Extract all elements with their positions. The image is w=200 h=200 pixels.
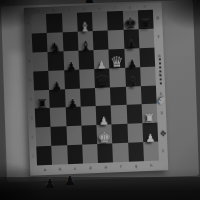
- piece-white-rook-h3: ♜: [144, 112, 156, 125]
- square-b5: ♟: [48, 70, 64, 89]
- square-d5: [79, 69, 95, 88]
- square-c2: [66, 126, 82, 145]
- square-a7: [32, 33, 48, 52]
- square-e6: ♟: [93, 49, 109, 68]
- piece-white-pawn-h2: ♟: [145, 133, 155, 144]
- captured-black-piece-bottom-2: ♟: [64, 174, 76, 187]
- captured-black-piece-bottom-1: ♟: [44, 177, 56, 190]
- coord-label: 2: [30, 128, 36, 147]
- piece-black-queen-e5: ♛: [95, 74, 109, 90]
- coord-label: d: [76, 7, 91, 12]
- square-a6: [32, 52, 48, 71]
- square-e3: ♟: [96, 106, 112, 125]
- square-f6: ♛: [109, 49, 125, 68]
- square-c7: [62, 32, 78, 51]
- foreground-shadow-strip: [0, 177, 200, 200]
- square-b7: ♞: [47, 32, 63, 51]
- square-d4: [80, 88, 96, 107]
- coord-label: h: [144, 164, 159, 169]
- square-b1: [51, 145, 67, 164]
- coord-label: c: [68, 167, 83, 172]
- piece-black-pawn-c6: ♟: [66, 60, 76, 71]
- square-c6: ♟: [63, 50, 79, 69]
- square-h3: ♜: [141, 104, 157, 123]
- square-f8: [107, 11, 123, 30]
- piece-white-pawn-e6: ♟: [97, 59, 107, 70]
- square-a4: ♜: [34, 89, 50, 108]
- coord-label: b: [46, 8, 61, 13]
- border-brand-marks: [159, 58, 162, 86]
- square-c1: [67, 145, 83, 164]
- coord-label: 5: [27, 71, 33, 90]
- piece-black-rook-h8: ♜: [140, 18, 152, 31]
- square-h5: [140, 66, 156, 85]
- piece-black-rook-a4: ♜: [36, 97, 48, 110]
- square-b2: [51, 126, 67, 145]
- piece-white-bishop-d8: ♝: [79, 20, 91, 33]
- coord-label: 8: [25, 15, 31, 34]
- coord-label: a: [37, 168, 52, 173]
- coord-label: e: [98, 165, 113, 170]
- square-c4: ♟: [64, 88, 80, 107]
- piece-black-king-g8: ♚: [124, 16, 138, 32]
- coord-label: 6: [26, 52, 32, 71]
- piece-black-pawn-g7: ♟: [126, 39, 136, 50]
- square-f3: [111, 105, 127, 124]
- square-g3: [126, 105, 142, 124]
- coord-label: g: [129, 164, 144, 169]
- square-a8: [31, 14, 47, 33]
- chess-board: ♝♚♜♞♝♟♟♟♛♟♟♛♝♜♟♟♜♚♟ abcdefgh abcdefgh 87…: [24, 2, 169, 175]
- piece-black-bishop-d7: ♝: [80, 39, 92, 52]
- piece-black-knight-b7: ♞: [49, 40, 61, 53]
- square-g8: ♚: [122, 10, 138, 29]
- square-d2: [81, 125, 97, 144]
- coord-label: b: [52, 167, 67, 172]
- coord-label: 1: [160, 141, 166, 160]
- square-b3: [50, 108, 66, 127]
- square-f7: [108, 30, 124, 49]
- coord-label: 7: [156, 28, 162, 47]
- square-d8: ♝: [77, 12, 93, 31]
- square-e7: [93, 30, 109, 49]
- square-a2: [36, 127, 52, 146]
- square-g1: [128, 142, 144, 161]
- coord-label: e: [92, 6, 107, 11]
- piece-white-queen-f6: ♛: [110, 55, 124, 71]
- coord-label: 1: [30, 147, 36, 166]
- coord-label: 4: [28, 90, 34, 109]
- coord-label: 7: [26, 33, 32, 52]
- coord-label: 8: [155, 9, 161, 28]
- coord-label: h: [137, 5, 152, 10]
- board-grid: ♝♚♜♞♝♟♟♟♛♟♟♛♝♜♟♟♜♚♟: [31, 10, 159, 166]
- coord-label: f: [107, 6, 122, 11]
- piece-black-pawn-b5: ♟: [52, 80, 62, 91]
- square-d1: [82, 144, 98, 163]
- square-a1: [36, 146, 52, 165]
- piece-white-king-e2: ♚: [98, 131, 112, 147]
- square-f2: [112, 124, 128, 143]
- coord-label: 3: [29, 109, 35, 128]
- square-f4: [110, 86, 126, 105]
- coord-label: a: [31, 9, 46, 14]
- coord-label: g: [122, 5, 137, 10]
- square-e8: [92, 11, 108, 30]
- square-h8: ♜: [138, 10, 154, 29]
- square-a5: [33, 71, 49, 90]
- board-logo-icon: ❖: [160, 130, 167, 138]
- square-c8: [61, 13, 77, 32]
- square-b8: [46, 13, 62, 32]
- piece-black-pawn-g6: ♟: [127, 58, 137, 69]
- piece-black-pawn-c4: ♟: [68, 98, 78, 109]
- square-f1: [112, 143, 128, 162]
- piece-black-bishop-g5: ♝: [127, 75, 139, 88]
- file-labels-bottom: abcdefgh: [37, 164, 159, 173]
- chess-photo-scene: ♟ ♝♚♜♞♝♟♟♟♛♟♟♛♝♜♟♟♜♚♟ abcdefgh abcdefgh …: [0, 0, 200, 200]
- piece-white-pawn-e3: ♟: [99, 116, 109, 127]
- square-g2: [127, 123, 143, 142]
- square-d3: [80, 106, 96, 125]
- coord-label: c: [61, 8, 76, 13]
- coord-label: f: [113, 165, 128, 170]
- square-h6: [139, 47, 155, 66]
- coord-label: d: [83, 166, 98, 171]
